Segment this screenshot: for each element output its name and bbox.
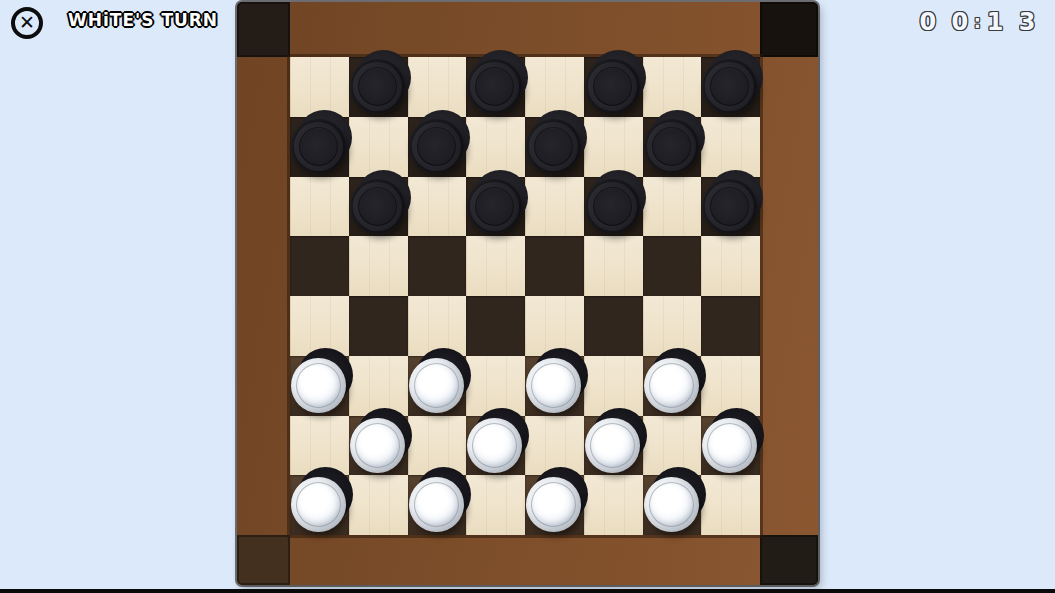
board-square[interactable] (408, 296, 467, 356)
board-square[interactable] (584, 296, 643, 356)
checker-top-face (409, 119, 464, 174)
board-square[interactable] (643, 177, 702, 237)
checker-top-face (526, 477, 581, 532)
board-square[interactable] (408, 117, 467, 177)
board-square[interactable] (290, 57, 349, 117)
board-square[interactable] (525, 236, 584, 296)
board-square[interactable] (525, 296, 584, 356)
board-square[interactable] (701, 356, 760, 416)
board-square[interactable] (525, 177, 584, 237)
board-square[interactable] (408, 356, 467, 416)
board-square[interactable] (408, 475, 467, 535)
checker-black[interactable] (291, 119, 346, 174)
checker-white[interactable] (526, 477, 581, 532)
checker-white[interactable] (702, 418, 757, 473)
game-timer: 00:13 (912, 8, 1043, 36)
timer-colon: : (974, 11, 981, 32)
checker-top-face (526, 358, 581, 413)
checker-black[interactable] (467, 59, 522, 114)
checker-black[interactable] (409, 119, 464, 174)
close-icon: ✕ (19, 13, 35, 32)
checker-top-face (702, 179, 757, 234)
board-square[interactable] (701, 296, 760, 356)
checker-top-face (585, 418, 640, 473)
checker-white[interactable] (467, 418, 522, 473)
board-square[interactable] (349, 177, 408, 237)
board-square[interactable] (701, 236, 760, 296)
checker-top-face (409, 477, 464, 532)
checkers-board (237, 2, 818, 585)
checker-top-face (409, 358, 464, 413)
checker-top-face (585, 59, 640, 114)
timer-digit: 0 (949, 8, 971, 36)
board-square[interactable] (525, 475, 584, 535)
board-square[interactable] (643, 296, 702, 356)
board-square[interactable] (643, 57, 702, 117)
board-square[interactable] (408, 416, 467, 476)
checker-black[interactable] (702, 59, 757, 114)
checker-white[interactable] (526, 358, 581, 413)
board-corner (237, 535, 290, 585)
board-square[interactable] (584, 117, 643, 177)
board-square[interactable] (466, 57, 525, 117)
checker-white[interactable] (409, 477, 464, 532)
checker-white[interactable] (644, 358, 699, 413)
board-square[interactable] (466, 296, 525, 356)
checker-white[interactable] (350, 418, 405, 473)
board-square[interactable] (349, 117, 408, 177)
close-button[interactable]: ✕ (11, 7, 43, 39)
checker-top-face (467, 418, 522, 473)
board-square[interactable] (525, 356, 584, 416)
board-square[interactable] (408, 236, 467, 296)
board-square[interactable] (349, 356, 408, 416)
checker-white[interactable] (291, 358, 346, 413)
board-square[interactable] (290, 356, 349, 416)
checker-black[interactable] (350, 59, 405, 114)
board-square[interactable] (643, 236, 702, 296)
checker-black[interactable] (702, 179, 757, 234)
timer-digit: 1 (984, 8, 1006, 36)
board-square[interactable] (290, 236, 349, 296)
board-square[interactable] (290, 416, 349, 476)
checker-black[interactable] (526, 119, 581, 174)
board-square[interactable] (701, 57, 760, 117)
checker-top-face (702, 418, 757, 473)
board-square[interactable] (643, 475, 702, 535)
board-square[interactable] (525, 117, 584, 177)
board-corner (760, 2, 818, 57)
turn-status-label: WHiTE'S TURN (68, 10, 218, 30)
board-square[interactable] (584, 57, 643, 117)
board-square[interactable] (290, 296, 349, 356)
board-corner (760, 535, 818, 585)
board-square[interactable] (349, 475, 408, 535)
board-square[interactable] (349, 416, 408, 476)
board-square[interactable] (643, 356, 702, 416)
checker-black[interactable] (585, 59, 640, 114)
checker-top-face (350, 179, 405, 234)
board-square[interactable] (466, 416, 525, 476)
board-square[interactable] (290, 475, 349, 535)
board-square[interactable] (349, 296, 408, 356)
board-square[interactable] (466, 117, 525, 177)
checker-white[interactable] (291, 477, 346, 532)
checker-top-face (467, 59, 522, 114)
checker-top-face (467, 179, 522, 234)
board-square[interactable] (584, 356, 643, 416)
board-grid (290, 57, 760, 535)
checker-top-face (585, 179, 640, 234)
checker-black[interactable] (644, 119, 699, 174)
board-square[interactable] (290, 177, 349, 237)
board-square[interactable] (466, 177, 525, 237)
checker-black[interactable] (467, 179, 522, 234)
checker-top-face (350, 59, 405, 114)
board-square[interactable] (701, 117, 760, 177)
checker-top-face (291, 119, 346, 174)
timer-digit: 0 (917, 8, 939, 36)
checker-black[interactable] (585, 179, 640, 234)
board-square[interactable] (466, 475, 525, 535)
board-square[interactable] (584, 177, 643, 237)
board-square[interactable] (643, 117, 702, 177)
checker-top-face (644, 119, 699, 174)
board-square[interactable] (584, 236, 643, 296)
checker-top-face (291, 358, 346, 413)
checker-white[interactable] (585, 418, 640, 473)
board-square[interactable] (466, 236, 525, 296)
checker-top-face (644, 477, 699, 532)
board-square[interactable] (466, 356, 525, 416)
board-corner (237, 2, 290, 57)
board-square[interactable] (701, 416, 760, 476)
checker-white[interactable] (644, 477, 699, 532)
board-square[interactable] (584, 475, 643, 535)
board-square[interactable] (290, 117, 349, 177)
board-square[interactable] (525, 57, 584, 117)
board-square[interactable] (408, 57, 467, 117)
checker-top-face (702, 59, 757, 114)
checker-top-face (526, 119, 581, 174)
board-square[interactable] (643, 416, 702, 476)
checker-white[interactable] (409, 358, 464, 413)
board-square[interactable] (701, 475, 760, 535)
board-square[interactable] (525, 416, 584, 476)
board-square[interactable] (408, 177, 467, 237)
checker-top-face (291, 477, 346, 532)
board-square[interactable] (349, 236, 408, 296)
bottom-edge-bar (0, 589, 1055, 593)
timer-digit: 3 (1016, 8, 1038, 36)
checker-top-face (350, 418, 405, 473)
board-square[interactable] (584, 416, 643, 476)
board-square[interactable] (349, 57, 408, 117)
checker-black[interactable] (350, 179, 405, 234)
checker-top-face (644, 358, 699, 413)
board-square[interactable] (701, 177, 760, 237)
